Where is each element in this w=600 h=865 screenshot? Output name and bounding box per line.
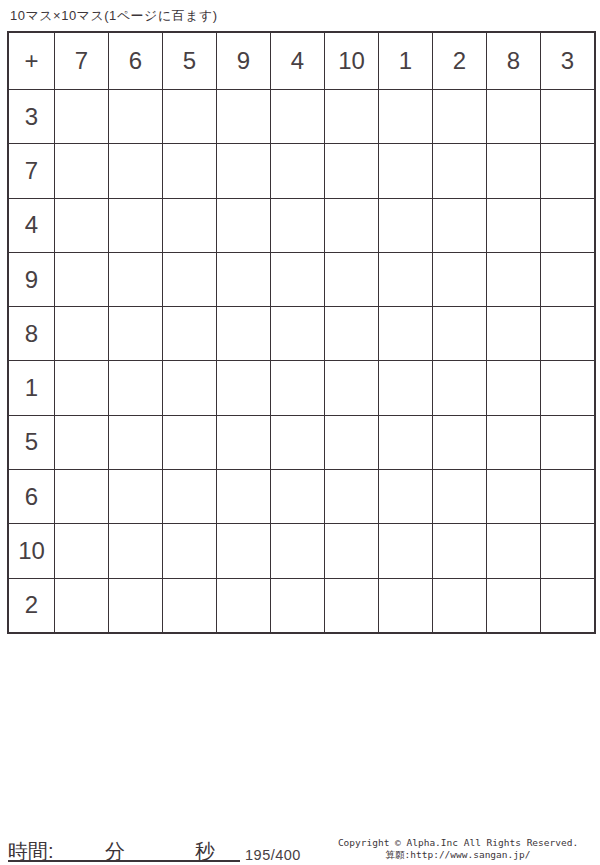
answer-cell <box>433 416 486 469</box>
answer-cell <box>379 470 432 523</box>
answer-cell <box>541 361 594 414</box>
seconds-label: 秒 <box>195 838 215 865</box>
answer-cell <box>487 524 540 577</box>
answer-cell <box>541 199 594 252</box>
answer-cell <box>163 579 216 632</box>
answer-cell <box>433 470 486 523</box>
answer-cell <box>541 470 594 523</box>
answer-cell <box>379 253 432 306</box>
answer-cell <box>55 253 108 306</box>
answer-cell <box>487 416 540 469</box>
answer-cell <box>379 307 432 360</box>
copyright-notice: Copyright © Alpha.Inc All Rights Reserve… <box>333 837 583 861</box>
col-header: 6 <box>109 33 162 89</box>
answer-cell <box>163 416 216 469</box>
answer-cell <box>487 470 540 523</box>
row-header: 3 <box>9 90 54 143</box>
answer-cell <box>109 307 162 360</box>
row-header: 8 <box>9 307 54 360</box>
answer-cell <box>217 470 270 523</box>
answer-cell <box>163 307 216 360</box>
answer-cell <box>271 416 324 469</box>
answer-cell <box>379 144 432 197</box>
worksheet-page: 10マス×10マス(1ページに百ます) + 7 6 5 9 4 10 1 2 8… <box>0 0 600 865</box>
answer-cell <box>379 579 432 632</box>
answer-cell <box>433 307 486 360</box>
answer-cell <box>109 199 162 252</box>
answer-cell <box>379 416 432 469</box>
minutes-label: 分 <box>105 838 125 865</box>
copyright-line1: Copyright © Alpha.Inc All Rights Reserve… <box>333 837 583 849</box>
answer-cell <box>487 90 540 143</box>
answer-cell <box>325 307 378 360</box>
answer-cell <box>271 144 324 197</box>
page-counter: 195/400 <box>245 847 301 863</box>
answer-cell <box>217 307 270 360</box>
answer-cell <box>541 253 594 306</box>
row-header: 7 <box>9 144 54 197</box>
answer-cell <box>217 524 270 577</box>
answer-cell <box>433 144 486 197</box>
answer-cell <box>433 253 486 306</box>
time-entry-line: 時間: 分 秒 <box>8 836 240 862</box>
answer-cell <box>487 144 540 197</box>
answer-cell <box>325 253 378 306</box>
answer-cell <box>487 199 540 252</box>
answer-cell <box>271 199 324 252</box>
row-header: 9 <box>9 253 54 306</box>
answer-cell <box>109 253 162 306</box>
answer-cell <box>325 144 378 197</box>
operator-cell: + <box>9 33 54 89</box>
col-header: 2 <box>433 33 486 89</box>
answer-cell <box>487 307 540 360</box>
answer-cell <box>541 579 594 632</box>
answer-cell <box>55 524 108 577</box>
answer-cell <box>325 524 378 577</box>
answer-cell <box>217 253 270 306</box>
answer-cell <box>433 524 486 577</box>
answer-cell <box>217 144 270 197</box>
answer-cell <box>487 579 540 632</box>
col-header: 5 <box>163 33 216 89</box>
row-header: 5 <box>9 416 54 469</box>
answer-cell <box>433 90 486 143</box>
answer-cell <box>271 361 324 414</box>
answer-cell <box>379 90 432 143</box>
answer-cell <box>55 199 108 252</box>
answer-cell <box>217 361 270 414</box>
answer-cell <box>55 361 108 414</box>
answer-cell <box>109 470 162 523</box>
answer-cell <box>325 199 378 252</box>
answer-cell <box>541 524 594 577</box>
answer-cell <box>163 361 216 414</box>
answer-cell <box>271 579 324 632</box>
row-header: 6 <box>9 470 54 523</box>
answer-cell <box>325 579 378 632</box>
worksheet-title: 10マス×10マス(1ページに百ます) <box>10 7 218 25</box>
answer-cell <box>271 253 324 306</box>
answer-cell <box>109 90 162 143</box>
answer-cell <box>217 579 270 632</box>
answer-cell <box>163 470 216 523</box>
answer-cell <box>325 416 378 469</box>
answer-cell <box>217 90 270 143</box>
answer-cell <box>163 524 216 577</box>
row-header: 1 <box>9 361 54 414</box>
row-header: 10 <box>9 524 54 577</box>
answer-cell <box>325 361 378 414</box>
answer-cell <box>325 470 378 523</box>
answer-cell <box>271 307 324 360</box>
answer-cell <box>55 416 108 469</box>
answer-cell <box>433 199 486 252</box>
col-header: 9 <box>217 33 270 89</box>
answer-cell <box>379 524 432 577</box>
answer-cell <box>271 470 324 523</box>
time-label: 時間: <box>8 838 54 865</box>
answer-cell <box>163 199 216 252</box>
answer-cell <box>541 90 594 143</box>
col-header: 8 <box>487 33 540 89</box>
answer-cell <box>163 90 216 143</box>
answer-cell <box>163 144 216 197</box>
row-header: 2 <box>9 579 54 632</box>
answer-cell <box>487 253 540 306</box>
answer-cell <box>109 579 162 632</box>
answer-cell <box>109 524 162 577</box>
col-header: 4 <box>271 33 324 89</box>
addition-grid: + 7 6 5 9 4 10 1 2 8 3 3 7 4 <box>7 31 596 634</box>
answer-cell <box>325 90 378 143</box>
answer-cell <box>109 144 162 197</box>
answer-cell <box>487 361 540 414</box>
answer-cell <box>163 253 216 306</box>
row-header: 4 <box>9 199 54 252</box>
answer-cell <box>541 307 594 360</box>
answer-cell <box>271 524 324 577</box>
answer-cell <box>379 199 432 252</box>
answer-cell <box>379 361 432 414</box>
answer-cell <box>55 307 108 360</box>
answer-cell <box>109 361 162 414</box>
answer-cell <box>55 90 108 143</box>
answer-cell <box>541 416 594 469</box>
answer-cell <box>271 90 324 143</box>
copyright-line2: 算願:http://www.sangan.jp/ <box>333 849 583 861</box>
answer-cell <box>433 361 486 414</box>
col-header: 10 <box>325 33 378 89</box>
answer-cell <box>55 470 108 523</box>
answer-cell <box>217 416 270 469</box>
col-header: 7 <box>55 33 108 89</box>
answer-cell <box>109 416 162 469</box>
answer-cell <box>541 144 594 197</box>
answer-cell <box>55 579 108 632</box>
answer-cell <box>217 199 270 252</box>
answer-cell <box>55 144 108 197</box>
col-header: 1 <box>379 33 432 89</box>
col-header: 3 <box>541 33 594 89</box>
answer-cell <box>433 579 486 632</box>
